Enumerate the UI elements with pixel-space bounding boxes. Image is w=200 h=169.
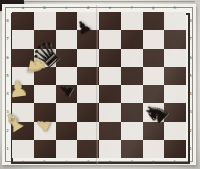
file-label: g (152, 160, 155, 164)
board-photo: aabbccddeeffgghh8877665544332211 ♟♛♞♟♟♝♟… (0, 0, 200, 169)
board-square[interactable] (164, 12, 186, 30)
board-square[interactable] (121, 85, 143, 103)
file-label: h (174, 160, 177, 164)
board-square[interactable] (12, 140, 34, 158)
file-label: c (65, 160, 67, 164)
rank-label: 3 (189, 110, 192, 114)
file-label: b (43, 160, 46, 164)
board-square[interactable] (143, 49, 165, 67)
rank-label: 6 (6, 56, 9, 60)
board-square[interactable] (121, 12, 143, 30)
board-square[interactable] (99, 67, 121, 85)
file-label: a (22, 6, 24, 10)
board-square[interactable] (143, 140, 165, 158)
board-square[interactable] (164, 30, 186, 48)
file-label: e (109, 6, 111, 10)
board-square[interactable] (56, 103, 78, 121)
board-square[interactable] (99, 103, 121, 121)
rank-label: 5 (189, 74, 192, 78)
file-label: f (131, 160, 132, 164)
board-square[interactable] (77, 140, 99, 158)
board-square[interactable] (77, 49, 99, 67)
board-square[interactable] (99, 30, 121, 48)
file-label: g (152, 6, 155, 10)
board-square[interactable] (99, 140, 121, 158)
rank-label: 6 (189, 56, 192, 60)
board-square[interactable] (121, 49, 143, 67)
board-square[interactable] (121, 30, 143, 48)
board-square[interactable] (99, 49, 121, 67)
board-square[interactable] (77, 103, 99, 121)
board-square[interactable] (56, 122, 78, 140)
board-square[interactable] (34, 85, 56, 103)
board-square[interactable] (143, 12, 165, 30)
board-square[interactable] (34, 12, 56, 30)
table-edge-line (20, 1, 195, 3)
board-square[interactable] (77, 85, 99, 103)
board-square[interactable] (164, 49, 186, 67)
rank-label: 7 (189, 37, 192, 41)
rank-label: 2 (189, 129, 192, 133)
file-label: e (109, 160, 111, 164)
piece-white-pawn[interactable]: ♟ (6, 75, 29, 103)
board-square[interactable] (143, 67, 165, 85)
board-square[interactable] (164, 85, 186, 103)
file-label: b (43, 6, 46, 10)
board-square[interactable] (77, 67, 99, 85)
rank-label: 1 (6, 147, 9, 151)
board-square[interactable] (99, 12, 121, 30)
board-square[interactable] (164, 122, 186, 140)
chess-board (12, 12, 186, 158)
file-label: h (174, 6, 177, 10)
board-square[interactable] (34, 140, 56, 158)
board-square[interactable] (99, 85, 121, 103)
board-square[interactable] (56, 140, 78, 158)
board-square[interactable] (121, 67, 143, 85)
file-label: d (87, 160, 90, 164)
file-label: c (65, 6, 67, 10)
file-label: a (22, 160, 24, 164)
rank-label: 8 (189, 19, 192, 23)
board-square[interactable] (164, 67, 186, 85)
board-square[interactable] (12, 12, 34, 30)
file-label: d (87, 6, 90, 10)
board-square[interactable] (121, 122, 143, 140)
board-square[interactable] (143, 30, 165, 48)
rank-label: 4 (189, 92, 192, 96)
piece-white-knight[interactable]: ♞ (23, 54, 51, 78)
file-label: f (131, 6, 132, 10)
rank-label: 8 (6, 19, 9, 23)
board-square[interactable] (121, 140, 143, 158)
board-square[interactable] (77, 122, 99, 140)
board-square[interactable] (164, 140, 186, 158)
rank-label: 7 (6, 37, 9, 41)
rank-label: 1 (189, 147, 192, 151)
board-square[interactable] (99, 122, 121, 140)
